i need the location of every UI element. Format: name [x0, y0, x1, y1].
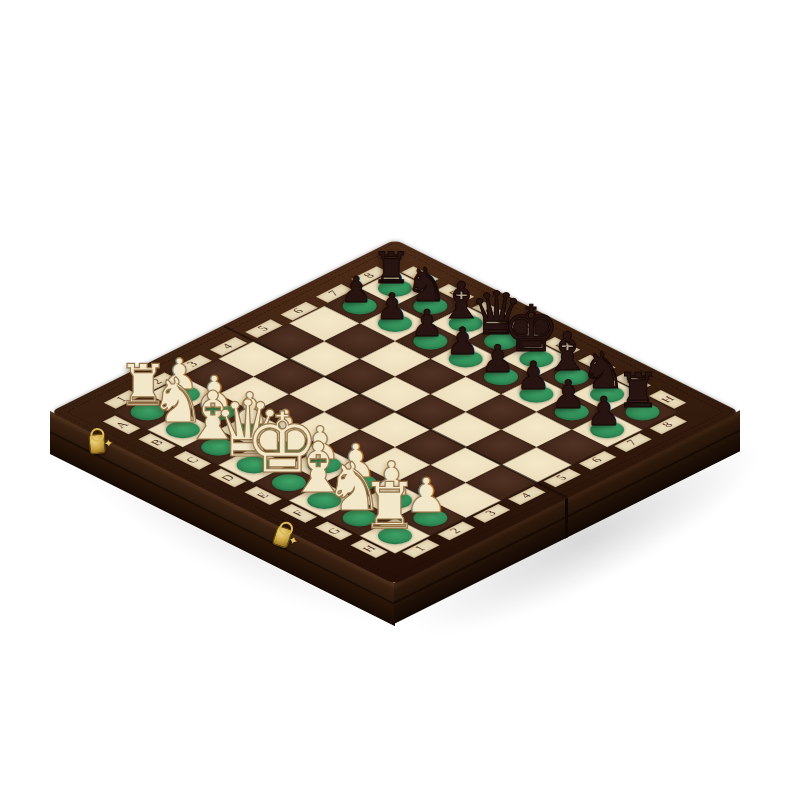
rank-label: 7 — [625, 438, 641, 446]
chess-set-product-photo: ABCDEFGH ABCDEFGH 87654321 87654321 ♜♞♝♛… — [0, 0, 800, 800]
brass-clasp-icon: ✦ — [85, 427, 109, 457]
clasp-star-icon: ✦ — [103, 438, 113, 450]
black-pawn-g7: ♟ — [551, 375, 586, 414]
black-pawn-c7: ♟ — [411, 306, 444, 343]
file-label: D — [219, 473, 237, 482]
rank-label: 4 — [220, 342, 236, 350]
rank-label: 6 — [291, 307, 307, 315]
black-pawn-b7: ♟ — [375, 289, 408, 325]
rank-label: 1 — [413, 544, 429, 552]
file-label: H — [659, 395, 677, 404]
chess-board: ABCDEFGH ABCDEFGH 87654321 87654321 ♜♞♝♛… — [50, 239, 740, 584]
rank-label: 5 — [554, 474, 570, 482]
file-label: B — [149, 438, 167, 447]
file-label: G — [325, 526, 343, 535]
black-rook-h8: ♜ — [617, 366, 660, 414]
black-pawn-e7: ♟ — [481, 340, 515, 378]
black-pawn-f7: ♟ — [516, 357, 551, 396]
file-label: H — [360, 544, 378, 553]
rank-label: 8 — [660, 421, 676, 429]
file-label: F — [291, 509, 308, 517]
rank-label: 5 — [256, 325, 272, 333]
white-rook-h1: ♜ — [361, 475, 418, 539]
rank-label: 2 — [448, 527, 464, 535]
file-label: A — [113, 420, 131, 429]
black-pawn-d7: ♟ — [446, 323, 480, 360]
black-pawn-h7: ♟ — [586, 392, 622, 432]
black-pawn-a7: ♟ — [340, 272, 372, 308]
board-frame: ABCDEFGH ABCDEFGH 87654321 87654321 ♜♞♝♛… — [50, 239, 740, 584]
fold-seam-side — [565, 497, 568, 538]
rank-label: 3 — [483, 509, 499, 517]
file-label: E — [255, 491, 272, 500]
rank-label: 4 — [519, 491, 535, 499]
file-label: C — [184, 456, 202, 465]
rank-label: 6 — [589, 456, 605, 464]
